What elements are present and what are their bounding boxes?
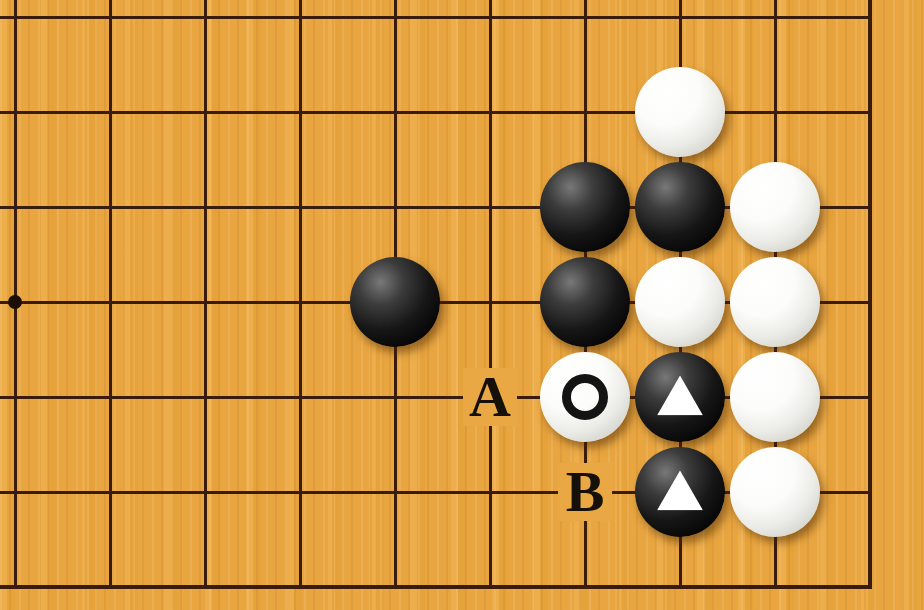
grid-line-vertical: [489, 0, 492, 589]
triangle-mark-icon: [657, 470, 703, 510]
board-edge-bottom: [0, 585, 872, 589]
stone-white-S5[interactable]: [730, 162, 820, 252]
stone-white-S2[interactable]: [730, 447, 820, 537]
stone-black-R5[interactable]: [635, 162, 725, 252]
stone-black-O4[interactable]: [350, 257, 440, 347]
circle-mark-icon: [562, 374, 608, 420]
board-edge-right: [868, 0, 872, 589]
stone-black-Q4[interactable]: [540, 257, 630, 347]
grid-line-vertical: [299, 0, 302, 589]
stone-black-R2[interactable]: [635, 447, 725, 537]
grid-line-vertical: [204, 0, 207, 589]
stone-black-R3[interactable]: [635, 352, 725, 442]
stone-white-R4[interactable]: [635, 257, 725, 347]
stone-white-S4[interactable]: [730, 257, 820, 347]
stone-white-R6[interactable]: [635, 67, 725, 157]
star-point-K4: [8, 295, 22, 309]
stone-white-S3[interactable]: [730, 352, 820, 442]
go-board[interactable]: AB: [0, 0, 924, 610]
point-label-B[interactable]: B: [558, 463, 612, 521]
stone-black-Q5[interactable]: [540, 162, 630, 252]
triangle-mark-icon: [657, 375, 703, 415]
point-label-A[interactable]: A: [463, 368, 517, 426]
grid-line-horizontal: [0, 16, 872, 19]
grid-line-horizontal: [0, 111, 872, 114]
stone-white-Q3[interactable]: [540, 352, 630, 442]
grid-line-vertical: [109, 0, 112, 589]
